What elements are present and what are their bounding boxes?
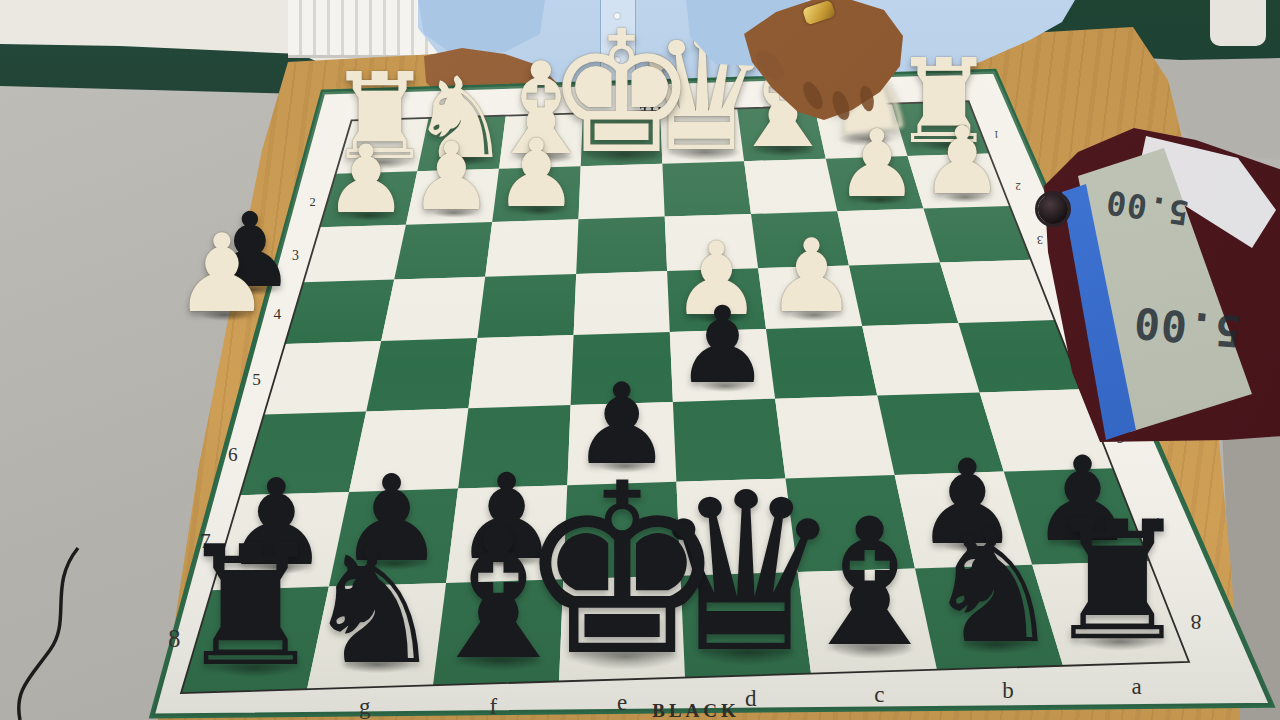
rank-label-left-7: 7 — [200, 529, 211, 553]
photo-scene: 234567812345678gfedcba WHITE BLACK ♞♜♝♛♚… — [0, 0, 1280, 720]
rank-label-right-3: 3 — [1037, 233, 1043, 247]
rank-label-right-7: 7 — [1151, 514, 1161, 535]
rank-label-right-1: 1 — [994, 129, 999, 139]
rank-label-left-5: 5 — [252, 370, 261, 389]
cable-wire — [19, 548, 78, 720]
file-label-a: a — [1131, 674, 1141, 699]
file-label-f: f — [490, 694, 498, 719]
board-label-white: WHITE — [631, 105, 691, 117]
rank-label-right-2: 2 — [1015, 181, 1020, 193]
file-label-c: c — [874, 682, 884, 707]
board-label-black: BLACK — [648, 700, 744, 720]
file-label-b: b — [1002, 678, 1014, 703]
file-label-e: e — [617, 690, 627, 715]
file-label-g: g — [359, 694, 371, 719]
rank-label-left-8: 8 — [168, 625, 180, 652]
rank-label-left-3: 3 — [292, 248, 299, 263]
clock-button[interactable] — [1038, 194, 1068, 224]
rank-label-left-6: 6 — [228, 444, 238, 465]
file-label-d: d — [745, 686, 757, 711]
rank-label-right-8: 8 — [1190, 610, 1201, 635]
rank-label-left-2: 2 — [309, 195, 315, 209]
rank-label-left-4: 4 — [273, 305, 281, 322]
